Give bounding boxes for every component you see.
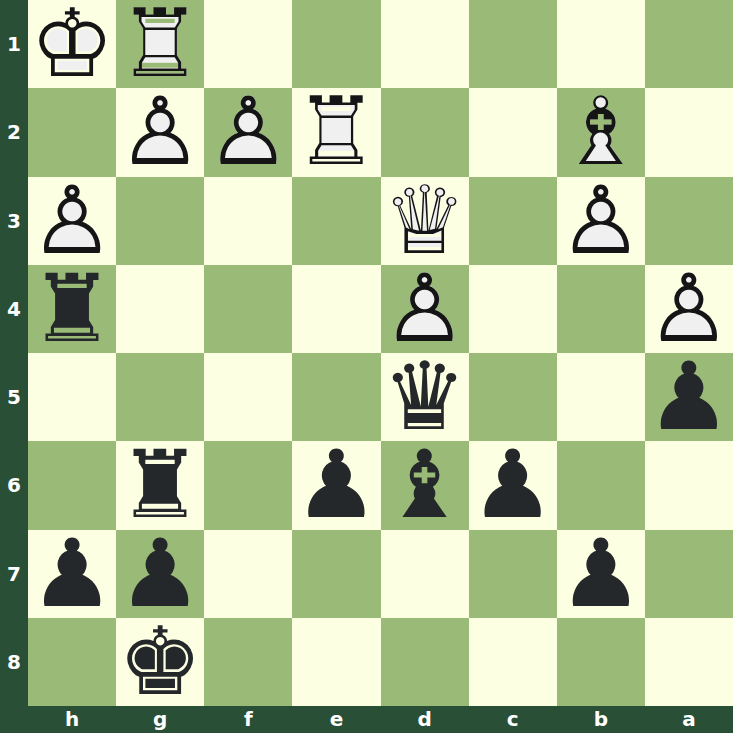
piece-black-pawn[interactable]: ♟ [28, 530, 116, 618]
black-pawn-glyph: ♟ [28, 530, 116, 618]
square-f2[interactable]: ♟♙ [204, 88, 292, 176]
piece-black-bishop[interactable]: ♝ [381, 441, 469, 529]
rank-label-1: 1 [0, 0, 28, 88]
square-g2[interactable]: ♟♙ [116, 88, 204, 176]
square-g8[interactable]: ♚ [116, 618, 204, 706]
square-g6[interactable]: ♜ [116, 441, 204, 529]
square-a2[interactable] [645, 88, 733, 176]
rank-label-8: 8 [0, 618, 28, 706]
board-frame-corner [0, 706, 28, 733]
square-b6[interactable] [557, 441, 645, 529]
white-queen-outline: ♕ [381, 177, 469, 265]
white-rook-outline: ♖ [116, 0, 204, 88]
white-pawn-outline: ♙ [645, 265, 733, 353]
square-a1[interactable] [645, 0, 733, 88]
square-b2[interactable]: ♝♗ [557, 88, 645, 176]
file-label-b: b [557, 706, 645, 733]
square-f8[interactable] [204, 618, 292, 706]
piece-black-pawn[interactable]: ♟ [645, 353, 733, 441]
square-h4[interactable]: ♜ [28, 265, 116, 353]
chessboard-app: 12345678 ♚♔♜♖♟♙♟♙♜♖♝♗♟♙♛♕♟♙♜♟♙♟♙♛♟♜♟♝♟♟♟… [0, 0, 733, 733]
piece-black-queen[interactable]: ♛ [381, 353, 469, 441]
piece-white-pawn[interactable]: ♟♙ [116, 88, 204, 176]
white-pawn-outline: ♙ [557, 177, 645, 265]
piece-white-rook[interactable]: ♜♖ [116, 0, 204, 88]
square-e8[interactable] [292, 618, 380, 706]
black-pawn-glyph: ♟ [469, 441, 557, 529]
rank-label-4: 4 [0, 265, 28, 353]
square-b8[interactable] [557, 618, 645, 706]
square-d3[interactable]: ♛♕ [381, 177, 469, 265]
file-label-e: e [292, 706, 380, 733]
piece-white-pawn[interactable]: ♟♙ [204, 88, 292, 176]
square-d7[interactable] [381, 530, 469, 618]
rank-labels: 12345678 [0, 0, 28, 706]
square-f1[interactable] [204, 0, 292, 88]
piece-white-pawn[interactable]: ♟♙ [28, 177, 116, 265]
square-b1[interactable] [557, 0, 645, 88]
square-h6[interactable] [28, 441, 116, 529]
square-a4[interactable]: ♟♙ [645, 265, 733, 353]
piece-white-pawn[interactable]: ♟♙ [381, 265, 469, 353]
white-king-outline: ♔ [28, 0, 116, 88]
piece-black-pawn[interactable]: ♟ [557, 530, 645, 618]
square-c5[interactable] [469, 353, 557, 441]
square-h7[interactable]: ♟ [28, 530, 116, 618]
square-g1[interactable]: ♜♖ [116, 0, 204, 88]
piece-white-queen[interactable]: ♛♕ [381, 177, 469, 265]
file-label-c: c [469, 706, 557, 733]
square-e4[interactable] [292, 265, 380, 353]
piece-white-bishop[interactable]: ♝♗ [557, 88, 645, 176]
black-rook-glyph: ♜ [116, 441, 204, 529]
square-d6[interactable]: ♝ [381, 441, 469, 529]
white-rook-outline: ♖ [292, 88, 380, 176]
black-pawn-glyph: ♟ [292, 441, 380, 529]
file-label-h: h [28, 706, 116, 733]
square-e2[interactable]: ♜♖ [292, 88, 380, 176]
file-label-a: a [645, 706, 733, 733]
square-e6[interactable]: ♟ [292, 441, 380, 529]
square-c7[interactable] [469, 530, 557, 618]
square-d4[interactable]: ♟♙ [381, 265, 469, 353]
square-b3[interactable]: ♟♙ [557, 177, 645, 265]
square-c2[interactable] [469, 88, 557, 176]
white-pawn-outline: ♙ [204, 88, 292, 176]
white-pawn-outline: ♙ [116, 88, 204, 176]
file-label-f: f [204, 706, 292, 733]
piece-white-pawn[interactable]: ♟♙ [557, 177, 645, 265]
piece-black-pawn[interactable]: ♟ [116, 530, 204, 618]
square-f7[interactable] [204, 530, 292, 618]
piece-black-pawn[interactable]: ♟ [469, 441, 557, 529]
square-a3[interactable] [645, 177, 733, 265]
square-h1[interactable]: ♚♔ [28, 0, 116, 88]
square-c3[interactable] [469, 177, 557, 265]
rank-label-6: 6 [0, 441, 28, 529]
black-queen-glyph: ♛ [381, 353, 469, 441]
square-d5[interactable]: ♛ [381, 353, 469, 441]
square-c8[interactable] [469, 618, 557, 706]
square-b5[interactable] [557, 353, 645, 441]
square-c1[interactable] [469, 0, 557, 88]
square-g4[interactable] [116, 265, 204, 353]
black-bishop-glyph: ♝ [381, 441, 469, 529]
square-e1[interactable] [292, 0, 380, 88]
black-pawn-glyph: ♟ [557, 530, 645, 618]
rank-label-3: 3 [0, 177, 28, 265]
square-g5[interactable] [116, 353, 204, 441]
square-h8[interactable] [28, 618, 116, 706]
black-rook-glyph: ♜ [28, 265, 116, 353]
square-a8[interactable] [645, 618, 733, 706]
square-g3[interactable] [116, 177, 204, 265]
piece-white-pawn[interactable]: ♟♙ [645, 265, 733, 353]
square-e5[interactable] [292, 353, 380, 441]
rank-label-2: 2 [0, 88, 28, 176]
rank-label-5: 5 [0, 353, 28, 441]
square-d1[interactable] [381, 0, 469, 88]
square-c4[interactable] [469, 265, 557, 353]
piece-white-king[interactable]: ♚♔ [28, 0, 116, 88]
rank-label-7: 7 [0, 530, 28, 618]
piece-white-rook[interactable]: ♜♖ [292, 88, 380, 176]
square-h3[interactable]: ♟♙ [28, 177, 116, 265]
square-d2[interactable] [381, 88, 469, 176]
white-pawn-outline: ♙ [381, 265, 469, 353]
black-pawn-glyph: ♟ [116, 530, 204, 618]
board-grid: ♚♔♜♖♟♙♟♙♜♖♝♗♟♙♛♕♟♙♜♟♙♟♙♛♟♜♟♝♟♟♟♟♚ [28, 0, 733, 706]
square-a7[interactable] [645, 530, 733, 618]
square-h2[interactable] [28, 88, 116, 176]
white-bishop-outline: ♗ [557, 88, 645, 176]
square-f4[interactable] [204, 265, 292, 353]
file-label-d: d [381, 706, 469, 733]
piece-black-pawn[interactable]: ♟ [292, 441, 380, 529]
square-e7[interactable] [292, 530, 380, 618]
square-f5[interactable] [204, 353, 292, 441]
square-b7[interactable]: ♟ [557, 530, 645, 618]
piece-black-rook[interactable]: ♜ [28, 265, 116, 353]
square-e3[interactable] [292, 177, 380, 265]
white-pawn-outline: ♙ [28, 177, 116, 265]
black-king-glyph: ♚ [116, 618, 204, 706]
square-a5[interactable]: ♟ [645, 353, 733, 441]
square-g7[interactable]: ♟ [116, 530, 204, 618]
square-d8[interactable] [381, 618, 469, 706]
square-f6[interactable] [204, 441, 292, 529]
square-a6[interactable] [645, 441, 733, 529]
square-f3[interactable] [204, 177, 292, 265]
square-b4[interactable] [557, 265, 645, 353]
piece-black-rook[interactable]: ♜ [116, 441, 204, 529]
square-c6[interactable]: ♟ [469, 441, 557, 529]
square-h5[interactable] [28, 353, 116, 441]
black-pawn-glyph: ♟ [645, 353, 733, 441]
piece-black-king[interactable]: ♚ [116, 618, 204, 706]
